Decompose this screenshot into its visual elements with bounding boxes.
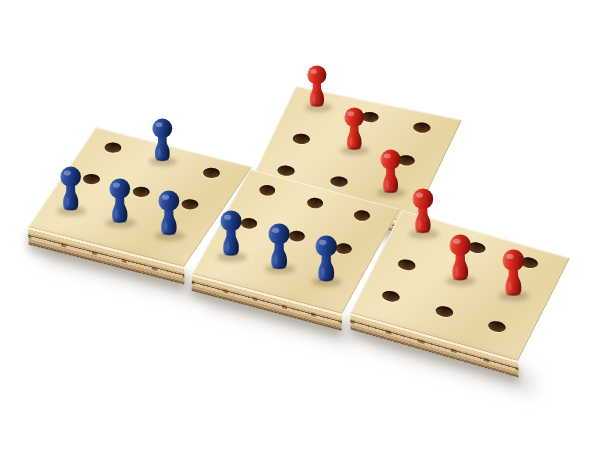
hole-right-r2c0[interactable] [380,289,402,303]
peg-red-top-r2c2[interactable] [378,149,403,195]
hole-middle-r0c2[interactable] [352,209,372,223]
hole-left-r0c0[interactable] [102,141,124,154]
peg-red-top-r0c0[interactable] [305,65,329,109]
peg-blue-middle-r2c1[interactable] [266,223,292,272]
hole-middle-r0c1[interactable] [304,196,324,210]
hole-left-r1c2[interactable] [179,197,201,210]
hole-right-r1c0[interactable] [396,257,418,271]
peg-blue-left-r2c2[interactable] [156,190,182,238]
peg-blue-middle-r2c2[interactable] [313,235,339,284]
peg-red-right-r1c2[interactable] [500,249,527,298]
hole-top-r2c1[interactable] [328,175,349,188]
hole-left-r1c1[interactable] [130,185,152,198]
peg-blue-left-r0c1[interactable] [150,118,175,163]
hole-left-r0c2[interactable] [200,166,222,179]
scene [0,0,600,450]
hole-top-r2c0[interactable] [276,164,297,177]
peg-blue-left-r2c0[interactable] [58,166,83,213]
hole-top-r0c2[interactable] [411,121,432,134]
hole-top-r1c0[interactable] [291,132,312,145]
hole-right-r2c2[interactable] [486,320,508,334]
peg-blue-left-r2c1[interactable] [107,178,133,225]
peg-red-right-r0c0[interactable] [410,188,436,235]
peg-blue-middle-r2c0[interactable] [218,210,244,258]
hole-middle-r0c0[interactable] [257,184,277,198]
peg-red-right-r1c1[interactable] [447,234,473,283]
hole-left-r1c0[interactable] [81,172,103,185]
peg-red-top-r1c1[interactable] [342,107,366,152]
hole-right-r2c1[interactable] [433,304,455,318]
